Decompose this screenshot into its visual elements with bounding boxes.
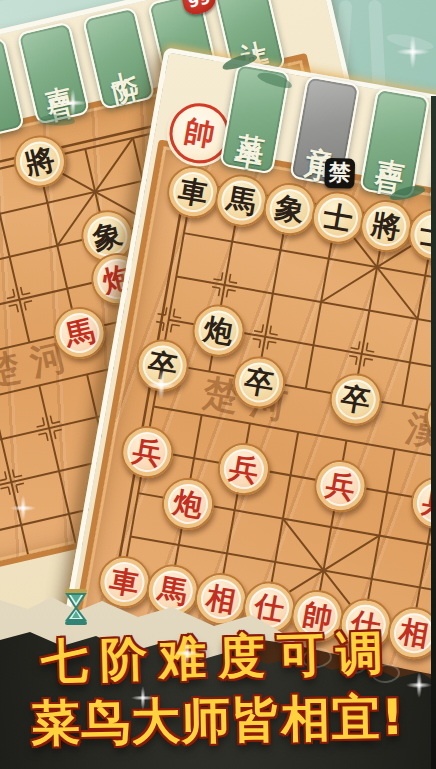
caption-line-1: 七阶难度可调	[0, 620, 436, 694]
disabled-stamp-icon: 禁	[324, 158, 355, 189]
caption-line-2: 菜鸟大师皆相宜!	[0, 684, 436, 758]
menu-tile-sound[interactable]: 声音	[359, 87, 430, 199]
hourglass-icon	[63, 589, 89, 625]
menu-tile-label: 菜单	[235, 109, 275, 129]
menu-tile-label: 让先	[231, 17, 268, 39]
menu-tile-label: 声音	[35, 62, 72, 84]
menu-tile-music[interactable]: 音乐禁	[289, 75, 360, 187]
app-screen: 声音七阶悔棋99让先 楚河 漢界 將象炮馬 帥 菜单音乐禁声音	[0, 0, 436, 769]
menu-tile-label: 音乐	[305, 121, 345, 141]
bamboo-leaf	[39, 114, 75, 126]
undo-count-badge: 99	[180, 0, 218, 17]
menu-tile-label: 七阶	[100, 47, 137, 69]
bamboo-leaf	[385, 31, 434, 53]
menu-tile-label: 声音	[375, 133, 415, 153]
menu-tile-levels[interactable]: 七阶	[82, 6, 156, 110]
menu-tile-sound[interactable]: 声音	[17, 21, 91, 125]
